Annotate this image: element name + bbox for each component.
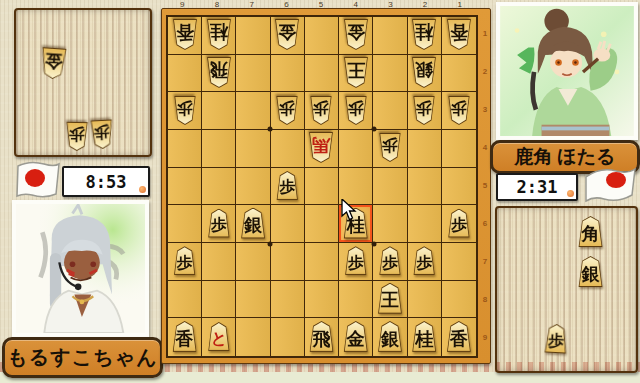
board-cell[interactable]: と [202,318,236,356]
board-cell[interactable] [168,55,202,93]
board-cell[interactable] [442,55,476,93]
shogi-piece-桂[interactable]: 桂 [411,19,438,50]
shogi-piece-歩[interactable]: 歩 [89,119,114,149]
shogi-piece-金[interactable]: 金 [274,19,301,50]
star-point [268,241,273,246]
board-cell[interactable] [305,243,339,281]
board-cell[interactable] [305,168,339,206]
star-point [268,127,273,132]
rank-label: 5 [479,166,491,204]
board-cell[interactable] [373,55,407,93]
board-cell[interactable] [339,130,373,168]
shogi-piece-香[interactable]: 香 [171,19,198,50]
shogi-piece-歩[interactable]: 歩 [207,209,231,238]
board-cell[interactable] [408,130,442,168]
board-cell[interactable]: 桂 [408,17,442,55]
shogi-piece-歩[interactable]: 歩 [344,246,368,275]
board-cell[interactable]: 香 [168,17,202,55]
shogi-piece-香[interactable]: 香 [445,19,472,50]
shogi-piece-歩[interactable]: 歩 [309,96,333,125]
board-cell[interactable]: 飛 [305,318,339,356]
board-cell[interactable] [271,243,305,281]
board-cell[interactable] [373,205,407,243]
nameplate-left-player: もるすこちゃん [2,337,163,378]
board-cell[interactable]: 歩 [373,243,407,281]
shogi-piece-歩[interactable]: 歩 [275,96,299,125]
board-cell[interactable] [373,92,407,130]
board-cell[interactable] [202,92,236,130]
board-cell[interactable] [236,281,270,319]
avatar-right-player [496,2,638,140]
shogi-piece-桂[interactable]: 桂 [411,321,438,352]
shogi-app: 金歩歩 8:53 [0,0,640,383]
board-cell[interactable]: 歩 [271,92,305,130]
board-cell[interactable]: 飛 [202,55,236,93]
shogi-piece-歩[interactable]: 歩 [378,246,402,275]
shogi-piece-金[interactable]: 金 [342,19,369,50]
shogi-piece-歩[interactable]: 歩 [275,171,299,200]
board-cell[interactable]: 歩 [442,205,476,243]
shogi-piece-銀[interactable]: 銀 [376,321,403,352]
shogi-piece-香[interactable]: 香 [445,321,472,352]
board-cell[interactable] [236,168,270,206]
avatar-left-player [12,200,149,337]
rank-label: 3 [479,90,491,128]
japan-flag-icon [582,163,638,205]
board-cell[interactable]: 歩 [202,205,236,243]
board-cell[interactable] [305,55,339,93]
board-cell[interactable] [442,168,476,206]
board-cell[interactable] [236,55,270,93]
board-cell[interactable] [168,130,202,168]
board-cell[interactable] [202,130,236,168]
board-cell[interactable] [373,168,407,206]
shogi-board: 香桂金金桂香飛王銀歩歩歩歩歩歩馬歩歩歩銀桂歩歩歩歩歩王香と飛金銀桂香 [161,8,491,364]
shogi-piece-飛[interactable]: 飛 [205,57,232,88]
clock-corner-icon [139,186,146,193]
board-cell[interactable] [168,205,202,243]
board-cell[interactable]: 歩 [408,243,442,281]
clock-right: 2:31 [496,173,578,201]
board-cell[interactable]: 歩 [168,243,202,281]
mouse-cursor-icon [341,199,357,221]
rank-coordinates: 123456789 [479,14,491,357]
board-cell[interactable]: 歩 [168,92,202,130]
board-cell[interactable] [442,281,476,319]
board-cell[interactable] [202,281,236,319]
board-cell[interactable] [271,205,305,243]
board-cell[interactable]: 歩 [339,243,373,281]
shogi-piece-歩[interactable]: 歩 [447,209,471,238]
board-cell[interactable] [408,281,442,319]
board-cell[interactable] [236,17,270,55]
shogi-piece-銀[interactable]: 銀 [240,208,267,239]
shogi-piece-歩[interactable]: 歩 [344,96,368,125]
board-grid: 香桂金金桂香飛王銀歩歩歩歩歩歩馬歩歩歩銀桂歩歩歩歩歩王香と飛金銀桂香 [166,15,478,358]
board-cell[interactable]: 銀 [236,205,270,243]
board-cell[interactable] [168,168,202,206]
board-cell[interactable] [305,17,339,55]
shogi-piece-桂[interactable]: 桂 [205,19,232,50]
shogi-piece-歩[interactable]: 歩 [412,246,436,275]
board-cell[interactable]: 歩 [373,130,407,168]
komadai-sente[interactable]: 角銀歩 [495,206,638,373]
board-cell[interactable] [202,243,236,281]
board-cell[interactable] [442,130,476,168]
board-cell[interactable] [271,130,305,168]
board-cell[interactable]: 歩 [408,92,442,130]
board-cell[interactable]: 王 [373,281,407,319]
board-cell[interactable] [339,281,373,319]
board-cell[interactable]: 馬 [305,130,339,168]
board-cell[interactable] [408,205,442,243]
shogi-piece-歩[interactable]: 歩 [173,246,197,275]
clock-left: 8:53 [62,166,150,197]
board-cell[interactable]: 歩 [305,92,339,130]
board-cell[interactable]: 香 [442,17,476,55]
board-cell[interactable] [236,92,270,130]
board-cell[interactable]: 金 [271,17,305,55]
japan-flag-icon [14,158,62,202]
shogi-piece-王[interactable]: 王 [342,57,369,88]
shogi-piece-金[interactable]: 金 [342,321,369,352]
board-cell[interactable] [202,168,236,206]
rank-label: 1 [479,14,491,52]
board-cell[interactable] [442,243,476,281]
rank-label: 6 [479,205,491,243]
shogi-piece-角[interactable]: 角 [577,216,604,247]
board-cell[interactable] [271,55,305,93]
shogi-piece-銀[interactable]: 銀 [577,256,604,287]
board-cell[interactable] [305,205,339,243]
rank-label: 2 [479,52,491,90]
board-cell[interactable]: 歩 [271,168,305,206]
board-cell[interactable]: 金 [339,318,373,356]
board-cell[interactable] [271,281,305,319]
shogi-piece-歩[interactable]: 歩 [378,133,402,162]
shogi-piece-香[interactable]: 香 [171,321,198,352]
shogi-piece-歩[interactable]: 歩 [543,323,568,353]
komadai-gote[interactable]: 金歩歩 [14,8,152,157]
board-cell[interactable] [305,281,339,319]
board-cell[interactable]: 金 [339,17,373,55]
board-cell[interactable] [236,130,270,168]
board-cell[interactable] [236,243,270,281]
shogi-piece-飛[interactable]: 飛 [308,321,335,352]
board-cell[interactable] [408,168,442,206]
shogi-piece-と[interactable]: と [207,322,231,351]
shogi-piece-歩[interactable]: 歩 [65,122,90,151]
star-point [372,127,377,132]
star-point [372,241,377,246]
clock-corner-icon [567,190,574,197]
rank-label: 8 [479,281,491,319]
board-cell[interactable]: 桂 [408,318,442,356]
board-cell[interactable]: 銀 [373,318,407,356]
board-cell[interactable]: 桂 [202,17,236,55]
board-cell[interactable] [236,318,270,356]
rank-label: 7 [479,243,491,281]
shogi-piece-馬[interactable]: 馬 [308,132,335,163]
board-cell[interactable]: 香 [168,318,202,356]
shogi-piece-歩[interactable]: 歩 [412,96,436,125]
shogi-piece-金[interactable]: 金 [39,47,68,80]
rank-label: 9 [479,319,491,357]
shogi-piece-歩[interactable]: 歩 [447,96,471,125]
board-cell[interactable] [168,281,202,319]
board-cell[interactable]: 歩 [442,92,476,130]
board-cell[interactable] [271,318,305,356]
board-cell[interactable]: 王 [339,55,373,93]
shogi-piece-歩[interactable]: 歩 [173,96,197,125]
board-cell[interactable]: 銀 [408,55,442,93]
shogi-piece-王[interactable]: 王 [376,283,403,314]
board-cell[interactable]: 香 [442,318,476,356]
board-cell[interactable] [373,17,407,55]
board-cell[interactable]: 歩 [339,92,373,130]
shogi-piece-銀[interactable]: 銀 [411,57,438,88]
